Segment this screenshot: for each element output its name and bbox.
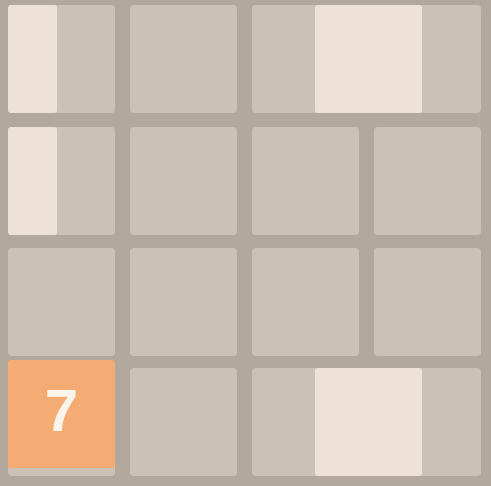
cell-r2c2: [252, 248, 359, 356]
cell-r2c3: [374, 248, 481, 356]
tile-value: 7: [45, 381, 78, 441]
cell-r1c1: [130, 127, 237, 235]
tile-partial-r1c0: [8, 127, 57, 235]
game-2048-board[interactable]: 7: [0, 0, 491, 486]
tile-7: 7: [8, 360, 115, 468]
cell-r1c2: [252, 127, 359, 235]
cell-r2c1: [130, 248, 237, 356]
tile-sliding-row3: [315, 368, 422, 476]
tile-sliding-row0: [315, 5, 422, 113]
tile-partial-r0c0: [8, 5, 57, 113]
cell-r2c0: [8, 248, 115, 356]
cell-r3c1: [130, 368, 237, 476]
cell-r0c1: [130, 5, 237, 113]
cell-r1c3: [374, 127, 481, 235]
